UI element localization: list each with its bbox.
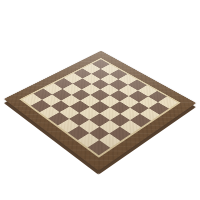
playing-field <box>22 59 178 155</box>
product-photo-background <box>0 0 200 200</box>
board-tilt-wrapper <box>0 0 200 200</box>
chess-board[interactable] <box>4 51 196 171</box>
